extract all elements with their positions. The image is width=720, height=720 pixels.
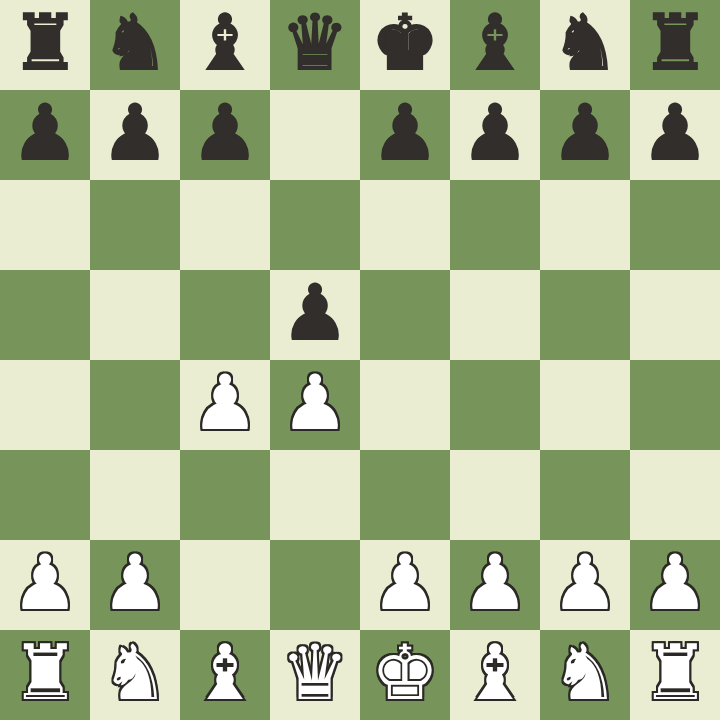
piece-black-pawn-a7[interactable]: ♟ (11, 88, 79, 178)
square-g6[interactable] (540, 180, 630, 270)
square-a1[interactable]: ♜ (0, 630, 90, 720)
piece-white-pawn-b2[interactable]: ♟ (101, 538, 169, 628)
piece-white-rook-a1[interactable]: ♜ (11, 628, 79, 718)
square-e8[interactable]: ♚ (360, 0, 450, 90)
square-g5[interactable] (540, 270, 630, 360)
piece-black-queen-d8[interactable]: ♛ (281, 0, 349, 88)
square-f8[interactable]: ♝ (450, 0, 540, 90)
square-d1[interactable]: ♛ (270, 630, 360, 720)
square-b5[interactable] (90, 270, 180, 360)
piece-black-pawn-h7[interactable]: ♟ (641, 88, 709, 178)
square-g2[interactable]: ♟ (540, 540, 630, 630)
square-f1[interactable]: ♝ (450, 630, 540, 720)
square-d6[interactable] (270, 180, 360, 270)
piece-black-pawn-e7[interactable]: ♟ (371, 88, 439, 178)
piece-white-pawn-c4[interactable]: ♟ (191, 358, 259, 448)
piece-white-pawn-e2[interactable]: ♟ (371, 538, 439, 628)
square-h7[interactable]: ♟ (630, 90, 720, 180)
square-e7[interactable]: ♟ (360, 90, 450, 180)
square-d3[interactable] (270, 450, 360, 540)
piece-white-knight-g1[interactable]: ♞ (551, 628, 619, 718)
square-b2[interactable]: ♟ (90, 540, 180, 630)
square-c7[interactable]: ♟ (180, 90, 270, 180)
square-d7[interactable] (270, 90, 360, 180)
square-g3[interactable] (540, 450, 630, 540)
square-g7[interactable]: ♟ (540, 90, 630, 180)
square-a5[interactable] (0, 270, 90, 360)
square-d4[interactable]: ♟ (270, 360, 360, 450)
piece-black-pawn-b7[interactable]: ♟ (101, 88, 169, 178)
square-b6[interactable] (90, 180, 180, 270)
square-d8[interactable]: ♛ (270, 0, 360, 90)
square-c8[interactable]: ♝ (180, 0, 270, 90)
piece-black-king-e8[interactable]: ♚ (371, 0, 439, 88)
piece-black-pawn-g7[interactable]: ♟ (551, 88, 619, 178)
square-c1[interactable]: ♝ (180, 630, 270, 720)
square-b7[interactable]: ♟ (90, 90, 180, 180)
square-e2[interactable]: ♟ (360, 540, 450, 630)
square-h3[interactable] (630, 450, 720, 540)
square-c5[interactable] (180, 270, 270, 360)
square-c4[interactable]: ♟ (180, 360, 270, 450)
square-a2[interactable]: ♟ (0, 540, 90, 630)
square-a8[interactable]: ♜ (0, 0, 90, 90)
square-b4[interactable] (90, 360, 180, 450)
square-c3[interactable] (180, 450, 270, 540)
piece-white-pawn-a2[interactable]: ♟ (11, 538, 79, 628)
square-a4[interactable] (0, 360, 90, 450)
square-b3[interactable] (90, 450, 180, 540)
square-h5[interactable] (630, 270, 720, 360)
square-d2[interactable] (270, 540, 360, 630)
square-d5[interactable]: ♟ (270, 270, 360, 360)
piece-black-bishop-c8[interactable]: ♝ (191, 0, 259, 88)
piece-white-bishop-c1[interactable]: ♝ (191, 628, 259, 718)
square-e1[interactable]: ♚ (360, 630, 450, 720)
square-f7[interactable]: ♟ (450, 90, 540, 180)
square-g1[interactable]: ♞ (540, 630, 630, 720)
piece-white-pawn-f2[interactable]: ♟ (461, 538, 529, 628)
piece-white-pawn-h2[interactable]: ♟ (641, 538, 709, 628)
square-h6[interactable] (630, 180, 720, 270)
piece-white-pawn-g2[interactable]: ♟ (551, 538, 619, 628)
piece-black-knight-g8[interactable]: ♞ (551, 0, 619, 88)
square-e4[interactable] (360, 360, 450, 450)
piece-black-bishop-f8[interactable]: ♝ (461, 0, 529, 88)
piece-white-bishop-f1[interactable]: ♝ (461, 628, 529, 718)
square-e3[interactable] (360, 450, 450, 540)
square-a7[interactable]: ♟ (0, 90, 90, 180)
square-h2[interactable]: ♟ (630, 540, 720, 630)
piece-white-knight-b1[interactable]: ♞ (101, 628, 169, 718)
square-f6[interactable] (450, 180, 540, 270)
piece-white-queen-d1[interactable]: ♛ (281, 628, 349, 718)
square-h8[interactable]: ♜ (630, 0, 720, 90)
square-c6[interactable] (180, 180, 270, 270)
square-g4[interactable] (540, 360, 630, 450)
square-f5[interactable] (450, 270, 540, 360)
square-e5[interactable] (360, 270, 450, 360)
piece-black-pawn-d5[interactable]: ♟ (281, 268, 349, 358)
square-a6[interactable] (0, 180, 90, 270)
piece-white-pawn-d4[interactable]: ♟ (281, 358, 349, 448)
piece-black-pawn-f7[interactable]: ♟ (461, 88, 529, 178)
square-f2[interactable]: ♟ (450, 540, 540, 630)
piece-white-rook-h1[interactable]: ♜ (641, 628, 709, 718)
square-f3[interactable] (450, 450, 540, 540)
piece-black-knight-b8[interactable]: ♞ (101, 0, 169, 88)
piece-white-king-e1[interactable]: ♚ (371, 628, 439, 718)
square-h1[interactable]: ♜ (630, 630, 720, 720)
chess-board: ♜♞♝♛♚♝♞♜♟♟♟♟♟♟♟♟♟♟♟♟♟♟♟♟♜♞♝♛♚♝♞♜ (0, 0, 720, 720)
square-b1[interactable]: ♞ (90, 630, 180, 720)
square-e6[interactable] (360, 180, 450, 270)
square-h4[interactable] (630, 360, 720, 450)
square-a3[interactable] (0, 450, 90, 540)
square-f4[interactable] (450, 360, 540, 450)
square-g8[interactable]: ♞ (540, 0, 630, 90)
piece-black-rook-a8[interactable]: ♜ (11, 0, 79, 88)
piece-black-rook-h8[interactable]: ♜ (641, 0, 709, 88)
square-b8[interactable]: ♞ (90, 0, 180, 90)
square-c2[interactable] (180, 540, 270, 630)
piece-black-pawn-c7[interactable]: ♟ (191, 88, 259, 178)
